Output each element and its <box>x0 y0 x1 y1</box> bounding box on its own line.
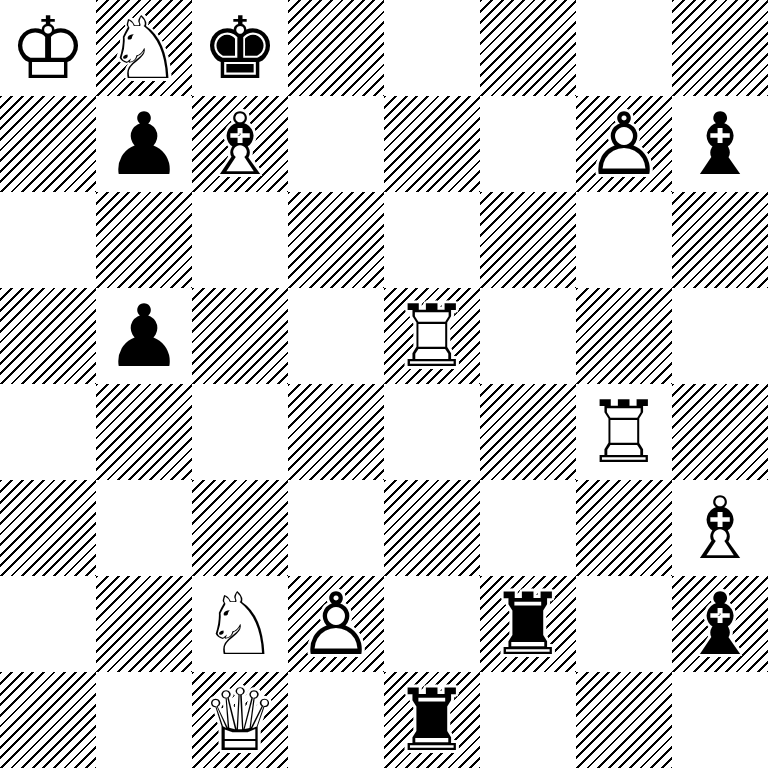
square-d6[interactable] <box>288 192 384 288</box>
square-d2[interactable]: ♟♙ <box>288 576 384 672</box>
square-c4[interactable] <box>192 384 288 480</box>
square-f8[interactable] <box>480 0 576 96</box>
square-h8[interactable] <box>672 0 768 96</box>
square-f5[interactable] <box>480 288 576 384</box>
white-pawn-icon: ♙ <box>585 96 662 192</box>
square-g2[interactable] <box>576 576 672 672</box>
square-b3[interactable] <box>96 480 192 576</box>
white-pawn[interactable]: ♙ <box>288 576 384 672</box>
square-b7[interactable]: ♟♟ <box>96 96 192 192</box>
square-a5[interactable] <box>0 288 96 384</box>
square-c3[interactable] <box>192 480 288 576</box>
black-pawn-icon: ♟ <box>105 288 182 384</box>
black-king[interactable]: ♚ <box>192 0 288 96</box>
black-rook[interactable]: ♜ <box>384 672 480 768</box>
white-king[interactable]: ♔ <box>0 0 96 96</box>
white-bishop-icon: ♗ <box>681 480 758 576</box>
square-h6[interactable] <box>672 192 768 288</box>
square-f4[interactable] <box>480 384 576 480</box>
square-h1[interactable] <box>672 672 768 768</box>
white-pawn[interactable]: ♙ <box>576 96 672 192</box>
square-e5[interactable]: ♜♖ <box>384 288 480 384</box>
square-e2[interactable] <box>384 576 480 672</box>
square-e8[interactable] <box>384 0 480 96</box>
square-g4[interactable]: ♜♖ <box>576 384 672 480</box>
square-f1[interactable] <box>480 672 576 768</box>
square-g7[interactable]: ♟♙ <box>576 96 672 192</box>
square-f2[interactable]: ♜♜ <box>480 576 576 672</box>
square-e6[interactable] <box>384 192 480 288</box>
chess-board: ♚♔♞♘♚♚♟♟♝♗♟♙♝♝♟♟♜♖♜♖♝♗♞♘♟♙♜♜♝♝♛♕♜♜ <box>0 0 768 768</box>
square-a1[interactable] <box>0 672 96 768</box>
square-a4[interactable] <box>0 384 96 480</box>
square-a2[interactable] <box>0 576 96 672</box>
square-a3[interactable] <box>0 480 96 576</box>
square-g1[interactable] <box>576 672 672 768</box>
black-bishop[interactable]: ♝ <box>672 576 768 672</box>
black-rook-icon: ♜ <box>393 672 470 768</box>
black-king-icon: ♚ <box>201 0 278 96</box>
white-rook-icon: ♖ <box>393 288 470 384</box>
black-bishop-icon: ♝ <box>681 96 758 192</box>
white-knight-icon: ♘ <box>105 0 182 96</box>
square-d1[interactable] <box>288 672 384 768</box>
square-c2[interactable]: ♞♘ <box>192 576 288 672</box>
square-b1[interactable] <box>96 672 192 768</box>
square-e4[interactable] <box>384 384 480 480</box>
square-a7[interactable] <box>0 96 96 192</box>
black-pawn[interactable]: ♟ <box>96 288 192 384</box>
square-d5[interactable] <box>288 288 384 384</box>
square-f7[interactable] <box>480 96 576 192</box>
square-g6[interactable] <box>576 192 672 288</box>
square-b4[interactable] <box>96 384 192 480</box>
white-pawn-icon: ♙ <box>297 576 374 672</box>
square-a6[interactable] <box>0 192 96 288</box>
square-h5[interactable] <box>672 288 768 384</box>
black-rook-icon: ♜ <box>489 576 566 672</box>
square-a8[interactable]: ♚♔ <box>0 0 96 96</box>
square-g8[interactable] <box>576 0 672 96</box>
square-c1[interactable]: ♛♕ <box>192 672 288 768</box>
square-e1[interactable]: ♜♜ <box>384 672 480 768</box>
square-b2[interactable] <box>96 576 192 672</box>
white-knight-icon: ♘ <box>201 576 278 672</box>
white-rook[interactable]: ♖ <box>576 384 672 480</box>
square-e3[interactable] <box>384 480 480 576</box>
white-bishop[interactable]: ♗ <box>672 480 768 576</box>
black-pawn[interactable]: ♟ <box>96 96 192 192</box>
square-d8[interactable] <box>288 0 384 96</box>
black-bishop-icon: ♝ <box>681 576 758 672</box>
black-pawn-icon: ♟ <box>105 96 182 192</box>
square-b6[interactable] <box>96 192 192 288</box>
square-f6[interactable] <box>480 192 576 288</box>
black-rook[interactable]: ♜ <box>480 576 576 672</box>
square-g3[interactable] <box>576 480 672 576</box>
white-king-icon: ♔ <box>9 0 86 96</box>
square-c8[interactable]: ♚♚ <box>192 0 288 96</box>
white-bishop-icon: ♗ <box>201 96 278 192</box>
white-bishop[interactable]: ♗ <box>192 96 288 192</box>
square-g5[interactable] <box>576 288 672 384</box>
square-c5[interactable] <box>192 288 288 384</box>
white-rook[interactable]: ♖ <box>384 288 480 384</box>
square-h2[interactable]: ♝♝ <box>672 576 768 672</box>
square-h3[interactable]: ♝♗ <box>672 480 768 576</box>
square-d4[interactable] <box>288 384 384 480</box>
square-b8[interactable]: ♞♘ <box>96 0 192 96</box>
square-f3[interactable] <box>480 480 576 576</box>
white-queen-icon: ♕ <box>201 672 278 768</box>
white-knight[interactable]: ♘ <box>192 576 288 672</box>
square-d7[interactable] <box>288 96 384 192</box>
black-bishop[interactable]: ♝ <box>672 96 768 192</box>
square-h7[interactable]: ♝♝ <box>672 96 768 192</box>
white-rook-icon: ♖ <box>585 384 662 480</box>
square-b5[interactable]: ♟♟ <box>96 288 192 384</box>
square-c6[interactable] <box>192 192 288 288</box>
white-knight[interactable]: ♘ <box>96 0 192 96</box>
square-c7[interactable]: ♝♗ <box>192 96 288 192</box>
square-h4[interactable] <box>672 384 768 480</box>
white-queen[interactable]: ♕ <box>192 672 288 768</box>
square-e7[interactable] <box>384 96 480 192</box>
square-d3[interactable] <box>288 480 384 576</box>
